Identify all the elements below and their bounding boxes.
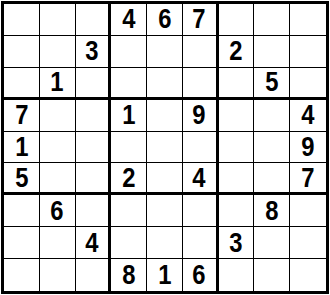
cell-r9c1[interactable]: [4, 259, 40, 291]
cell-r8c4[interactable]: [111, 227, 147, 259]
given-digit: 2: [122, 164, 135, 192]
cell-r9c9[interactable]: [290, 259, 326, 291]
given-digit: 9: [301, 133, 314, 161]
given-digit: 6: [158, 5, 171, 33]
given-digit: 2: [229, 37, 242, 65]
cell-r8c6[interactable]: [183, 227, 219, 259]
cell-r7c8[interactable]: 8: [254, 195, 290, 227]
given-digit: 4: [122, 5, 135, 33]
given-digit: 3: [229, 229, 242, 257]
cell-r6c6[interactable]: 4: [183, 163, 219, 195]
given-digit: 7: [15, 101, 28, 129]
cell-r5c4[interactable]: [111, 132, 147, 164]
cell-r1c5[interactable]: 6: [147, 4, 183, 36]
cell-r8c3[interactable]: 4: [76, 227, 112, 259]
cell-r5c1[interactable]: 1: [4, 132, 40, 164]
cell-r9c2[interactable]: [40, 259, 76, 291]
given-digit: 6: [51, 197, 64, 225]
cell-r6c3[interactable]: [76, 163, 112, 195]
cell-r2c6[interactable]: [183, 36, 219, 68]
cell-r2c8[interactable]: [254, 36, 290, 68]
cell-r7c3[interactable]: [76, 195, 112, 227]
given-digit: 5: [265, 68, 278, 96]
cell-r2c5[interactable]: [147, 36, 183, 68]
cell-r2c1[interactable]: [4, 36, 40, 68]
cell-r8c9[interactable]: [290, 227, 326, 259]
cell-r1c6[interactable]: 7: [183, 4, 219, 36]
cell-r5c6[interactable]: [183, 132, 219, 164]
cell-r5c3[interactable]: [76, 132, 112, 164]
cell-r5c7[interactable]: [219, 132, 255, 164]
cell-r1c4[interactable]: 4: [111, 4, 147, 36]
sudoku-board: 467321571941952476843816: [1, 1, 329, 294]
cell-r4c2[interactable]: [40, 100, 76, 132]
given-digit: 1: [15, 133, 28, 161]
cell-r2c2[interactable]: [40, 36, 76, 68]
given-digit: 8: [265, 197, 278, 225]
cell-r7c2[interactable]: 6: [40, 195, 76, 227]
cell-r3c5[interactable]: [147, 68, 183, 100]
cell-r7c4[interactable]: [111, 195, 147, 227]
cell-r4c1[interactable]: 7: [4, 100, 40, 132]
cell-r6c4[interactable]: 2: [111, 163, 147, 195]
given-digit: 4: [301, 101, 314, 129]
cell-r7c5[interactable]: [147, 195, 183, 227]
cell-r4c3[interactable]: [76, 100, 112, 132]
cell-r6c1[interactable]: 5: [4, 163, 40, 195]
given-digit: 5: [15, 164, 28, 192]
cell-r5c2[interactable]: [40, 132, 76, 164]
cell-r9c4[interactable]: 8: [111, 259, 147, 291]
given-digit: 3: [85, 37, 98, 65]
given-digit: 7: [193, 5, 206, 33]
cell-r5c9[interactable]: 9: [290, 132, 326, 164]
given-digit: 9: [193, 101, 206, 129]
cell-r9c8[interactable]: [254, 259, 290, 291]
cell-r3c9[interactable]: [290, 68, 326, 100]
cell-r8c7[interactable]: 3: [219, 227, 255, 259]
cell-r3c3[interactable]: [76, 68, 112, 100]
given-digit: 4: [85, 229, 98, 257]
cell-r7c1[interactable]: [4, 195, 40, 227]
cell-r1c3[interactable]: [76, 4, 112, 36]
cell-r8c8[interactable]: [254, 227, 290, 259]
cell-r2c4[interactable]: [111, 36, 147, 68]
cell-r4c5[interactable]: [147, 100, 183, 132]
cell-r4c6[interactable]: 9: [183, 100, 219, 132]
cell-r6c5[interactable]: [147, 163, 183, 195]
cell-r3c2[interactable]: 1: [40, 68, 76, 100]
given-digit: 7: [301, 164, 314, 192]
cell-r4c4[interactable]: 1: [111, 100, 147, 132]
cell-r9c6[interactable]: 6: [183, 259, 219, 291]
given-digit: 1: [51, 68, 64, 96]
cell-r7c9[interactable]: [290, 195, 326, 227]
cell-r4c7[interactable]: [219, 100, 255, 132]
cell-r1c7[interactable]: [219, 4, 255, 36]
given-digit: 8: [122, 261, 135, 289]
cell-r2c9[interactable]: [290, 36, 326, 68]
cell-r1c2[interactable]: [40, 4, 76, 36]
given-digit: 1: [122, 101, 135, 129]
cell-r6c8[interactable]: [254, 163, 290, 195]
cell-r6c9[interactable]: 7: [290, 163, 326, 195]
cell-r5c5[interactable]: [147, 132, 183, 164]
cell-r3c4[interactable]: [111, 68, 147, 100]
cell-r2c7[interactable]: 2: [219, 36, 255, 68]
cell-r5c8[interactable]: [254, 132, 290, 164]
cell-r1c1[interactable]: [4, 4, 40, 36]
cell-r6c2[interactable]: [40, 163, 76, 195]
cell-r3c6[interactable]: [183, 68, 219, 100]
cell-r7c6[interactable]: [183, 195, 219, 227]
given-digit: 4: [193, 164, 206, 192]
page: 467321571941952476843816: [0, 0, 330, 295]
cell-r8c5[interactable]: [147, 227, 183, 259]
cell-r9c5[interactable]: 1: [147, 259, 183, 291]
cell-r3c1[interactable]: [4, 68, 40, 100]
cell-r9c7[interactable]: [219, 259, 255, 291]
given-digit: 1: [158, 261, 171, 289]
cell-r1c8[interactable]: [254, 4, 290, 36]
cell-r3c8[interactable]: 5: [254, 68, 290, 100]
cell-r3c7[interactable]: [219, 68, 255, 100]
cell-r8c1[interactable]: [4, 227, 40, 259]
cell-r7c7[interactable]: [219, 195, 255, 227]
given-digit: 6: [193, 261, 206, 289]
cell-r2c3[interactable]: 3: [76, 36, 112, 68]
cell-r4c9[interactable]: 4: [290, 100, 326, 132]
cell-r4c8[interactable]: [254, 100, 290, 132]
cell-r9c3[interactable]: [76, 259, 112, 291]
cell-r1c9[interactable]: [290, 4, 326, 36]
cell-r6c7[interactable]: [219, 163, 255, 195]
cell-r8c2[interactable]: [40, 227, 76, 259]
